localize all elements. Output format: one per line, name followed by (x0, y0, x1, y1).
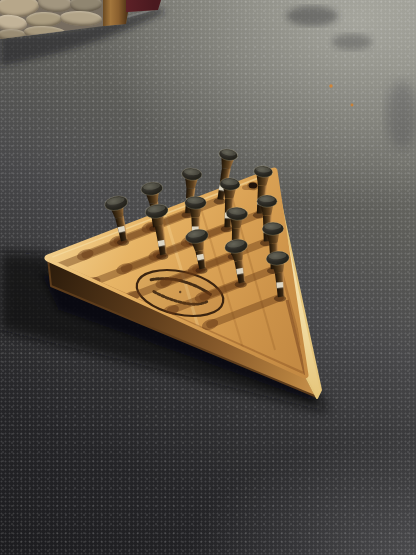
board-scene-svg (0, 0, 416, 555)
photo-scene (0, 0, 416, 555)
orange-crumb (351, 104, 354, 107)
cloth-wrinkle (286, 6, 338, 26)
orange-crumb (329, 84, 332, 87)
cloth-wrinkle (386, 81, 416, 149)
cloth-wrinkle (332, 34, 372, 50)
stone (60, 10, 102, 26)
wooden-post (103, 0, 128, 27)
